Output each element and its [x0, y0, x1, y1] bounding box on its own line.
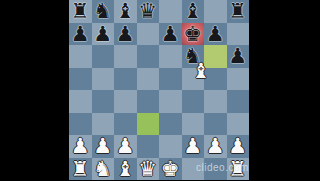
square-d1[interactable]: ♛	[137, 158, 160, 181]
square-h8[interactable]: ♜	[227, 0, 250, 23]
watermark: clideo.com	[196, 162, 249, 173]
piece-white-bishop-c1[interactable]: ♝	[114, 158, 137, 181]
square-h3[interactable]	[227, 113, 250, 136]
square-b6[interactable]	[92, 45, 115, 68]
square-g4[interactable]	[204, 90, 227, 113]
piece-black-rook-h8[interactable]: ♜	[227, 0, 250, 23]
square-d2[interactable]	[137, 135, 160, 158]
piece-black-queen-d8[interactable]: ♛	[137, 0, 160, 23]
square-d3[interactable]	[137, 113, 160, 136]
piece-white-queen-d1[interactable]: ♛	[137, 158, 160, 181]
piece-black-pawn-h6[interactable]: ♟	[227, 45, 250, 68]
square-c8[interactable]: ♝	[114, 0, 137, 23]
square-g3[interactable]	[204, 113, 227, 136]
square-g2[interactable]: ♟	[204, 135, 227, 158]
letterbox-right	[249, 0, 320, 180]
square-g8[interactable]	[204, 0, 227, 23]
piece-black-pawn-b7[interactable]: ♟	[92, 23, 115, 46]
square-a4[interactable]	[69, 90, 92, 113]
square-d8[interactable]: ♛	[137, 0, 160, 23]
square-b4[interactable]	[92, 90, 115, 113]
square-h2[interactable]: ♟	[227, 135, 250, 158]
square-b3[interactable]	[92, 113, 115, 136]
square-e3[interactable]	[159, 113, 182, 136]
square-e1[interactable]: ♚	[159, 158, 182, 181]
piece-white-bishop-moving-d3-to-g6[interactable]: ♝	[190, 60, 213, 83]
square-c1[interactable]: ♝	[114, 158, 137, 181]
square-a7[interactable]: ♟	[69, 23, 92, 46]
square-f8[interactable]: ♝	[182, 0, 205, 23]
piece-white-pawn-a2[interactable]: ♟	[69, 135, 92, 158]
piece-black-knight-b8[interactable]: ♞	[92, 0, 115, 23]
square-c2[interactable]: ♟	[114, 135, 137, 158]
square-a8[interactable]: ♜	[69, 0, 92, 23]
piece-black-pawn-c7[interactable]: ♟	[114, 23, 137, 46]
square-c5[interactable]	[114, 68, 137, 91]
piece-black-pawn-e7[interactable]: ♟	[159, 23, 182, 46]
letterbox-left	[0, 0, 69, 180]
piece-black-bishop-c8[interactable]: ♝	[114, 0, 137, 23]
square-c7[interactable]: ♟	[114, 23, 137, 46]
piece-black-bishop-f8[interactable]: ♝	[182, 0, 205, 23]
square-d7[interactable]	[137, 23, 160, 46]
piece-white-pawn-h2[interactable]: ♟	[227, 135, 250, 158]
square-d5[interactable]	[137, 68, 160, 91]
square-h5[interactable]	[227, 68, 250, 91]
square-a5[interactable]	[69, 68, 92, 91]
square-e4[interactable]	[159, 90, 182, 113]
chess-board[interactable]: ♜♞♝♛♝♜♟♟♟♟♚♟♞♟♟♟♟♟♟♟♜♞♝♛♚♜♝	[69, 0, 249, 180]
square-e7[interactable]: ♟	[159, 23, 182, 46]
piece-white-pawn-f2[interactable]: ♟	[182, 135, 205, 158]
square-e6[interactable]	[159, 45, 182, 68]
square-g7[interactable]: ♟	[204, 23, 227, 46]
square-a3[interactable]	[69, 113, 92, 136]
square-h7[interactable]	[227, 23, 250, 46]
square-h4[interactable]	[227, 90, 250, 113]
piece-white-pawn-c2[interactable]: ♟	[114, 135, 137, 158]
square-f2[interactable]: ♟	[182, 135, 205, 158]
square-c4[interactable]	[114, 90, 137, 113]
piece-black-rook-a8[interactable]: ♜	[69, 0, 92, 23]
piece-white-rook-a1[interactable]: ♜	[69, 158, 92, 181]
square-f7[interactable]: ♚	[182, 23, 205, 46]
square-b1[interactable]: ♞	[92, 158, 115, 181]
piece-black-pawn-g7[interactable]: ♟	[204, 23, 227, 46]
piece-white-king-e1[interactable]: ♚	[159, 158, 182, 181]
square-e8[interactable]	[159, 0, 182, 23]
square-a1[interactable]: ♜	[69, 158, 92, 181]
square-a6[interactable]	[69, 45, 92, 68]
square-a2[interactable]: ♟	[69, 135, 92, 158]
piece-white-knight-b1[interactable]: ♞	[92, 158, 115, 181]
square-d4[interactable]	[137, 90, 160, 113]
square-h6[interactable]: ♟	[227, 45, 250, 68]
square-e2[interactable]	[159, 135, 182, 158]
square-b7[interactable]: ♟	[92, 23, 115, 46]
square-d6[interactable]	[137, 45, 160, 68]
piece-black-pawn-a7[interactable]: ♟	[69, 23, 92, 46]
piece-white-pawn-g2[interactable]: ♟	[204, 135, 227, 158]
square-b8[interactable]: ♞	[92, 0, 115, 23]
square-f4[interactable]	[182, 90, 205, 113]
square-c3[interactable]	[114, 113, 137, 136]
square-c6[interactable]	[114, 45, 137, 68]
square-f3[interactable]	[182, 113, 205, 136]
square-b5[interactable]	[92, 68, 115, 91]
square-e5[interactable]	[159, 68, 182, 91]
square-b2[interactable]: ♟	[92, 135, 115, 158]
piece-white-pawn-b2[interactable]: ♟	[92, 135, 115, 158]
piece-black-king-f7[interactable]: ♚	[182, 23, 205, 46]
